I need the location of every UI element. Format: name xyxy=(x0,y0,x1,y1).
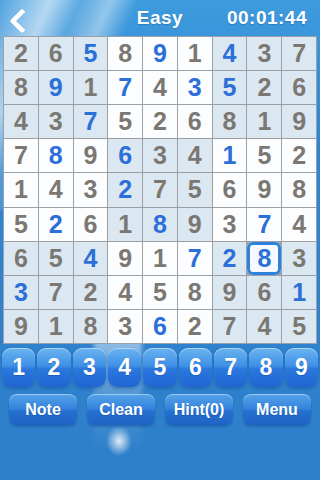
header-bar: Easy 00:01:44 xyxy=(0,0,320,36)
cell-r3c3[interactable]: 7 xyxy=(74,105,108,138)
cell-r1c3[interactable]: 5 xyxy=(74,37,108,70)
sudoku-app: Easy 00:01:44 26589143789174352643752681… xyxy=(0,0,320,480)
cell-r4c8[interactable]: 5 xyxy=(247,139,281,172)
cell-r6c4[interactable]: 1 xyxy=(108,208,142,241)
numpad-button-3[interactable]: 3 xyxy=(73,348,106,387)
cell-r4c4[interactable]: 6 xyxy=(108,139,142,172)
cell-r8c1[interactable]: 3 xyxy=(4,276,38,309)
cell-r3c4[interactable]: 5 xyxy=(108,105,142,138)
cell-r7c2[interactable]: 5 xyxy=(39,242,73,275)
cell-r3c6[interactable]: 6 xyxy=(178,105,212,138)
cell-r3c2[interactable]: 3 xyxy=(39,105,73,138)
cell-r9c8[interactable]: 4 xyxy=(247,310,281,343)
cell-r2c1[interactable]: 8 xyxy=(4,71,38,104)
cell-r1c7[interactable]: 4 xyxy=(213,37,247,70)
number-pad: 1 2 3 4 5 6 7 8 9 xyxy=(0,348,320,387)
cell-r9c1[interactable]: 9 xyxy=(4,310,38,343)
background-flare-spot xyxy=(106,426,132,456)
clean-button[interactable]: Clean xyxy=(87,394,155,425)
hint-button[interactable]: Hint(0) xyxy=(165,394,233,425)
cell-r5c7[interactable]: 6 xyxy=(213,173,247,206)
cell-r9c5[interactable]: 6 xyxy=(143,310,177,343)
cell-r2c7[interactable]: 5 xyxy=(213,71,247,104)
cell-r4c6[interactable]: 4 xyxy=(178,139,212,172)
cell-r5c1[interactable]: 1 xyxy=(4,173,38,206)
cell-r8c5[interactable]: 5 xyxy=(143,276,177,309)
cell-r6c1[interactable]: 5 xyxy=(4,208,38,241)
cell-r7c1[interactable]: 6 xyxy=(4,242,38,275)
cell-r2c5[interactable]: 4 xyxy=(143,71,177,104)
cell-r6c9[interactable]: 4 xyxy=(282,208,316,241)
numpad-button-5[interactable]: 5 xyxy=(143,348,176,387)
cell-r3c8[interactable]: 1 xyxy=(247,105,281,138)
numpad-button-2[interactable]: 2 xyxy=(37,348,70,387)
note-button[interactable]: Note xyxy=(9,394,77,425)
cell-r1c6[interactable]: 1 xyxy=(178,37,212,70)
cell-r4c7[interactable]: 1 xyxy=(213,139,247,172)
cell-r2c9[interactable]: 6 xyxy=(282,71,316,104)
cell-r5c9[interactable]: 8 xyxy=(282,173,316,206)
cell-r6c6[interactable]: 9 xyxy=(178,208,212,241)
cell-r5c8[interactable]: 9 xyxy=(247,173,281,206)
cell-r9c9[interactable]: 5 xyxy=(282,310,316,343)
cell-r8c6[interactable]: 8 xyxy=(178,276,212,309)
cell-r5c6[interactable]: 5 xyxy=(178,173,212,206)
cell-r7c7[interactable]: 2 xyxy=(213,242,247,275)
cell-r8c9[interactable]: 1 xyxy=(282,276,316,309)
cell-r8c8[interactable]: 6 xyxy=(247,276,281,309)
cell-r3c9[interactable]: 9 xyxy=(282,105,316,138)
numpad-button-7[interactable]: 7 xyxy=(214,348,247,387)
cell-r4c1[interactable]: 7 xyxy=(4,139,38,172)
cell-r4c2[interactable]: 8 xyxy=(39,139,73,172)
cell-r1c8[interactable]: 3 xyxy=(247,37,281,70)
cell-r8c7[interactable]: 9 xyxy=(213,276,247,309)
cell-r7c6[interactable]: 7 xyxy=(178,242,212,275)
cell-r5c3[interactable]: 3 xyxy=(74,173,108,206)
numpad-button-4[interactable]: 4 xyxy=(108,348,141,387)
cell-r6c7[interactable]: 3 xyxy=(213,208,247,241)
sudoku-grid: 2658914378917435264375268197896341521432… xyxy=(3,36,317,344)
cell-r3c5[interactable]: 2 xyxy=(143,105,177,138)
cell-r5c5[interactable]: 7 xyxy=(143,173,177,206)
action-bar: Note Clean Hint(0) Menu xyxy=(0,394,320,425)
cell-r9c7[interactable]: 7 xyxy=(213,310,247,343)
cell-r8c2[interactable]: 7 xyxy=(39,276,73,309)
cell-r1c4[interactable]: 8 xyxy=(108,37,142,70)
cell-r9c3[interactable]: 8 xyxy=(74,310,108,343)
cell-r5c4[interactable]: 2 xyxy=(108,173,142,206)
timer: 00:01:44 xyxy=(227,7,307,29)
cell-r7c5[interactable]: 1 xyxy=(143,242,177,275)
cell-r5c2[interactable]: 4 xyxy=(39,173,73,206)
cell-r4c3[interactable]: 9 xyxy=(74,139,108,172)
cell-r8c4[interactable]: 4 xyxy=(108,276,142,309)
numpad-button-1[interactable]: 1 xyxy=(2,348,35,387)
cell-r6c8[interactable]: 7 xyxy=(247,208,281,241)
cell-r1c2[interactable]: 6 xyxy=(39,37,73,70)
cell-r7c8[interactable]: 8 xyxy=(247,242,281,275)
cell-r9c2[interactable]: 1 xyxy=(39,310,73,343)
cell-r6c3[interactable]: 6 xyxy=(74,208,108,241)
cell-r3c7[interactable]: 8 xyxy=(213,105,247,138)
cell-r7c4[interactable]: 9 xyxy=(108,242,142,275)
cell-r7c9[interactable]: 3 xyxy=(282,242,316,275)
cell-r9c6[interactable]: 2 xyxy=(178,310,212,343)
numpad-button-9[interactable]: 9 xyxy=(285,348,318,387)
cell-r6c5[interactable]: 8 xyxy=(143,208,177,241)
cell-r4c9[interactable]: 2 xyxy=(282,139,316,172)
cell-r2c3[interactable]: 1 xyxy=(74,71,108,104)
menu-button[interactable]: Menu xyxy=(243,394,311,425)
numpad-button-8[interactable]: 8 xyxy=(249,348,282,387)
cell-r8c3[interactable]: 2 xyxy=(74,276,108,309)
cell-r4c5[interactable]: 3 xyxy=(143,139,177,172)
cell-r9c4[interactable]: 3 xyxy=(108,310,142,343)
cell-r2c2[interactable]: 9 xyxy=(39,71,73,104)
cell-r3c1[interactable]: 4 xyxy=(4,105,38,138)
cell-r1c1[interactable]: 2 xyxy=(4,37,38,70)
cell-r1c9[interactable]: 7 xyxy=(282,37,316,70)
cell-r7c3[interactable]: 4 xyxy=(74,242,108,275)
cell-r2c6[interactable]: 3 xyxy=(178,71,212,104)
cell-r2c4[interactable]: 7 xyxy=(108,71,142,104)
cell-r2c8[interactable]: 2 xyxy=(247,71,281,104)
cell-r1c5[interactable]: 9 xyxy=(143,37,177,70)
numpad-button-6[interactable]: 6 xyxy=(179,348,212,387)
cell-r6c2[interactable]: 2 xyxy=(39,208,73,241)
